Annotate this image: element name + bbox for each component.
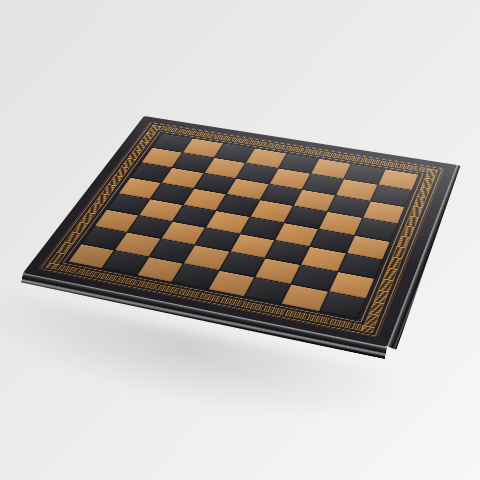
scene-background [0,0,480,480]
